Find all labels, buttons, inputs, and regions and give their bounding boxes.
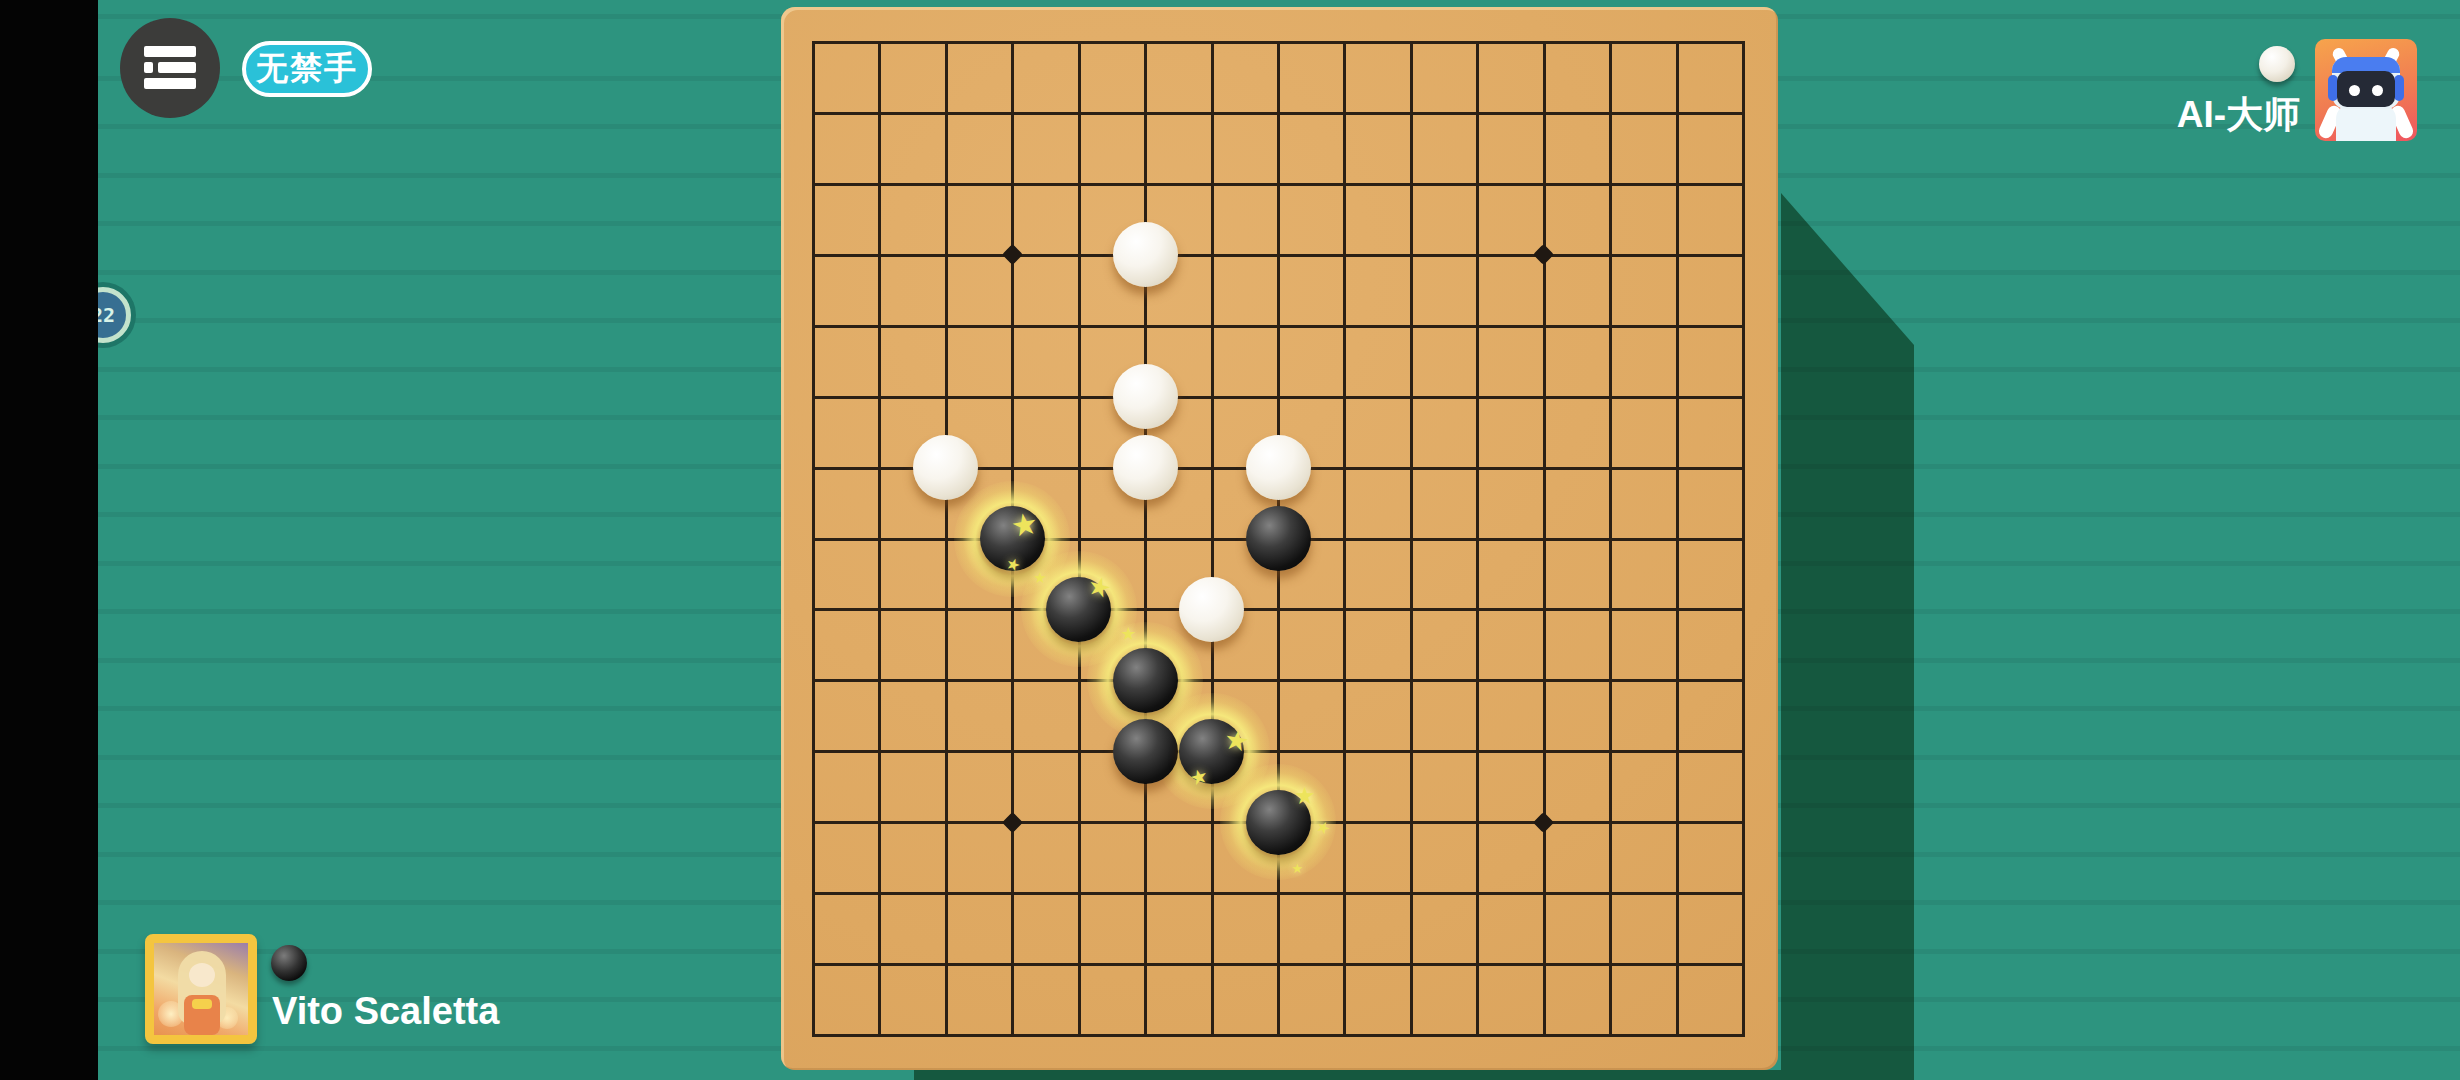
- white-stone-h7: [1246, 435, 1311, 500]
- hamburger-icon: [144, 46, 196, 90]
- gomoku-board[interactable]: ★★★★★★★★★★: [781, 7, 1778, 1070]
- rule-badge: 无禁手: [242, 41, 372, 97]
- player-stone-color-black: [271, 945, 307, 981]
- robot-headphone-icon: [2394, 75, 2404, 101]
- white-stone-f6: [1113, 364, 1178, 429]
- black-stone-f10: [1113, 648, 1178, 713]
- black-stone-f11: [1113, 719, 1178, 784]
- player-name: Vito Scaletta: [272, 990, 499, 1033]
- white-stone-g9: [1179, 577, 1244, 642]
- black-stone-d8: [980, 506, 1045, 571]
- opponent-avatar[interactable]: [2315, 39, 2417, 141]
- robot-visor-icon: [2337, 71, 2395, 107]
- letterbox-bar: [0, 0, 98, 1080]
- white-stone-f4: [1113, 222, 1178, 287]
- black-stone-h8: [1246, 506, 1311, 571]
- avatar-bow: [192, 999, 212, 1009]
- avatar-face: [189, 963, 215, 987]
- menu-button[interactable]: [120, 18, 220, 118]
- white-stone-f7: [1113, 435, 1178, 500]
- player-avatar[interactable]: [145, 934, 257, 1044]
- black-stone-e9: [1046, 577, 1111, 642]
- game-screen: ★★★★★★★★★★ 22 无禁手 AI-大师 Vit: [0, 0, 2460, 1080]
- black-stone-g11: [1179, 719, 1244, 784]
- opponent-name: AI-大师: [2040, 90, 2300, 140]
- white-stone-c7: [913, 435, 978, 500]
- opponent-stone-color-white: [2259, 46, 2295, 82]
- black-stone-h12: [1246, 790, 1311, 855]
